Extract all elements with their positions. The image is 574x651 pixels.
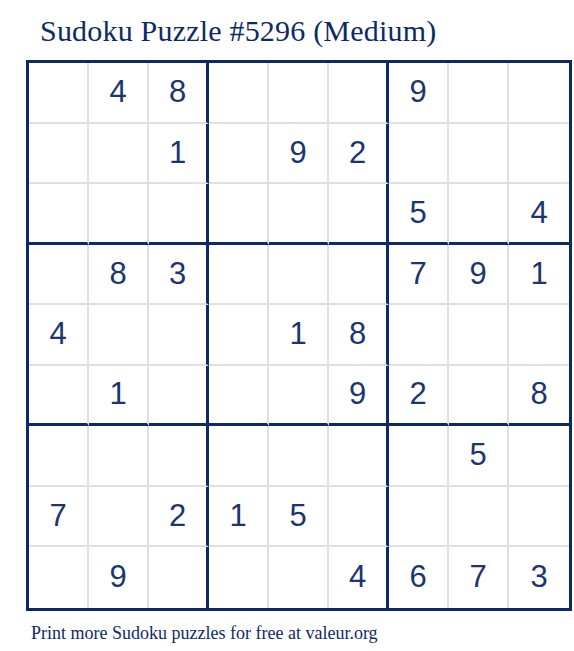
cell-r2c1[interactable] — [29, 124, 89, 185]
cell-r4c3[interactable]: 3 — [149, 245, 209, 306]
cell-r1c7[interactable]: 9 — [389, 63, 449, 124]
cell-r1c6[interactable] — [329, 63, 389, 124]
cell-r1c2[interactable]: 4 — [89, 63, 149, 124]
cell-r8c7[interactable] — [389, 487, 449, 548]
cell-r7c2[interactable] — [89, 426, 149, 487]
cell-r9c2[interactable]: 9 — [89, 547, 149, 608]
cell-r9c7[interactable]: 6 — [389, 547, 449, 608]
cell-r6c4[interactable] — [209, 366, 269, 427]
cell-r9c6[interactable]: 4 — [329, 547, 389, 608]
cell-r5c3[interactable] — [149, 305, 209, 366]
cell-r7c8[interactable]: 5 — [449, 426, 509, 487]
cell-r7c3[interactable] — [149, 426, 209, 487]
cell-r9c5[interactable] — [269, 547, 329, 608]
cell-r7c5[interactable] — [269, 426, 329, 487]
cell-r8c5[interactable]: 5 — [269, 487, 329, 548]
cell-r3c4[interactable] — [209, 184, 269, 245]
cell-r3c1[interactable] — [29, 184, 89, 245]
cell-r6c2[interactable]: 1 — [89, 366, 149, 427]
cell-r4c2[interactable]: 8 — [89, 245, 149, 306]
cell-r6c8[interactable] — [449, 366, 509, 427]
cell-r5c8[interactable] — [449, 305, 509, 366]
cell-r6c1[interactable] — [29, 366, 89, 427]
page-title: Sudoku Puzzle #5296 (Medium) — [40, 14, 574, 48]
cell-r4c5[interactable] — [269, 245, 329, 306]
cell-r7c6[interactable] — [329, 426, 389, 487]
cell-r6c9[interactable]: 8 — [509, 366, 569, 427]
cell-r2c9[interactable] — [509, 124, 569, 185]
cell-r6c5[interactable] — [269, 366, 329, 427]
cell-r2c6[interactable]: 2 — [329, 124, 389, 185]
cell-r3c5[interactable] — [269, 184, 329, 245]
cell-r5c4[interactable] — [209, 305, 269, 366]
cell-r3c3[interactable] — [149, 184, 209, 245]
cell-r2c2[interactable] — [89, 124, 149, 185]
cell-r7c7[interactable] — [389, 426, 449, 487]
cell-r9c9[interactable]: 3 — [509, 547, 569, 608]
cell-r4c8[interactable]: 9 — [449, 245, 509, 306]
cell-r2c7[interactable] — [389, 124, 449, 185]
cell-r9c1[interactable] — [29, 547, 89, 608]
cell-r2c3[interactable]: 1 — [149, 124, 209, 185]
cell-r2c5[interactable]: 9 — [269, 124, 329, 185]
cell-r7c9[interactable] — [509, 426, 569, 487]
cell-r1c1[interactable] — [29, 63, 89, 124]
cell-r5c7[interactable] — [389, 305, 449, 366]
cell-r1c3[interactable]: 8 — [149, 63, 209, 124]
cell-r1c5[interactable] — [269, 63, 329, 124]
cell-r5c5[interactable]: 1 — [269, 305, 329, 366]
cell-r7c1[interactable] — [29, 426, 89, 487]
cell-r5c6[interactable]: 8 — [329, 305, 389, 366]
cell-r1c4[interactable] — [209, 63, 269, 124]
sudoku-board: 489192548379141819285721594673 — [26, 60, 572, 611]
cell-r3c6[interactable] — [329, 184, 389, 245]
cell-r3c9[interactable]: 4 — [509, 184, 569, 245]
cell-r8c6[interactable] — [329, 487, 389, 548]
cell-r5c1[interactable]: 4 — [29, 305, 89, 366]
cell-r8c3[interactable]: 2 — [149, 487, 209, 548]
footer-text: Print more Sudoku puzzles for free at va… — [31, 623, 574, 644]
cell-r4c1[interactable] — [29, 245, 89, 306]
cell-r9c4[interactable] — [209, 547, 269, 608]
cell-r6c3[interactable] — [149, 366, 209, 427]
cell-r5c2[interactable] — [89, 305, 149, 366]
cell-r4c6[interactable] — [329, 245, 389, 306]
cell-r8c2[interactable] — [89, 487, 149, 548]
cell-r9c3[interactable] — [149, 547, 209, 608]
cell-r8c4[interactable]: 1 — [209, 487, 269, 548]
cell-r5c9[interactable] — [509, 305, 569, 366]
cell-r6c6[interactable]: 9 — [329, 366, 389, 427]
cell-r8c1[interactable]: 7 — [29, 487, 89, 548]
cell-r3c7[interactable]: 5 — [389, 184, 449, 245]
cell-r1c9[interactable] — [509, 63, 569, 124]
cell-r4c9[interactable]: 1 — [509, 245, 569, 306]
cell-r1c8[interactable] — [449, 63, 509, 124]
cell-r6c7[interactable]: 2 — [389, 366, 449, 427]
cell-r2c4[interactable] — [209, 124, 269, 185]
cell-r4c7[interactable]: 7 — [389, 245, 449, 306]
cell-r9c8[interactable]: 7 — [449, 547, 509, 608]
cell-r4c4[interactable] — [209, 245, 269, 306]
cell-r3c2[interactable] — [89, 184, 149, 245]
cell-r8c9[interactable] — [509, 487, 569, 548]
cell-r2c8[interactable] — [449, 124, 509, 185]
cell-r8c8[interactable] — [449, 487, 509, 548]
cell-r7c4[interactable] — [209, 426, 269, 487]
cell-r3c8[interactable] — [449, 184, 509, 245]
